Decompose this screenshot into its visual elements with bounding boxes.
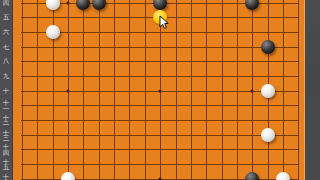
row-label-11: 十一: [0, 100, 12, 111]
stone-black-F16[interactable]: [92, 0, 106, 10]
stone-black-K16[interactable]: [153, 0, 167, 10]
stone-white-R10[interactable]: [261, 84, 275, 98]
right-panel: [305, 0, 320, 180]
row-label-8: 八: [0, 58, 12, 64]
grid-hline: [21, 32, 299, 33]
grid-hline: [21, 164, 299, 165]
grid-hline: [21, 61, 299, 62]
go-app-screen: 四五六七八九十十一十二十三十四十五十六: [0, 0, 320, 180]
mouse-cursor-icon: [159, 15, 170, 30]
row-label-10: 十: [0, 88, 12, 94]
star-point: [159, 177, 162, 180]
stone-black-Q4[interactable]: [245, 172, 259, 180]
grid-hline: [21, 47, 299, 48]
row-label-4: 四: [0, 0, 12, 5]
grid-hline: [21, 105, 299, 106]
grid-hline: [21, 120, 299, 121]
grid-hline: [21, 149, 299, 150]
star-point: [67, 1, 70, 4]
row-label-sidebar: 四五六七八九十十一十二十三十四十五十六: [0, 0, 13, 180]
stone-white-D4[interactable]: [61, 172, 75, 180]
row-label-13: 十三: [0, 129, 12, 140]
star-point: [159, 89, 162, 92]
stone-white-C16[interactable]: [46, 0, 60, 10]
stone-white-C14[interactable]: [46, 25, 60, 39]
stone-black-Q16[interactable]: [245, 0, 259, 10]
row-label-14: 十四: [0, 144, 12, 155]
stone-white-S4[interactable]: [276, 172, 290, 180]
row-label-9: 九: [0, 73, 12, 79]
star-point: [251, 89, 254, 92]
row-label-6: 六: [0, 29, 12, 35]
row-label-16: 十六: [0, 173, 12, 180]
star-point: [67, 89, 70, 92]
grid-hline: [21, 76, 299, 77]
grid-hline: [21, 135, 299, 136]
stone-black-E16[interactable]: [76, 0, 90, 10]
row-label-5: 五: [0, 14, 12, 20]
row-label-7: 七: [0, 44, 12, 50]
stone-black-R13[interactable]: [261, 40, 275, 54]
row-label-15: 十五: [0, 158, 12, 169]
row-label-12: 十二: [0, 114, 12, 125]
stone-white-R7[interactable]: [261, 128, 275, 142]
